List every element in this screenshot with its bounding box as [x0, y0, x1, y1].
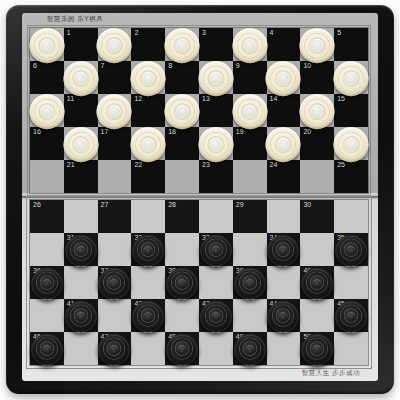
square-number: 26: [33, 201, 41, 209]
light-square[interactable]: [267, 61, 301, 94]
light-square[interactable]: [233, 233, 267, 266]
square-number: 19: [236, 128, 244, 136]
square-number: 24: [270, 161, 278, 169]
square-48[interactable]: 48: [165, 332, 199, 365]
square-39[interactable]: 39: [233, 266, 267, 299]
light-square[interactable]: [98, 94, 132, 127]
fold-seam: [22, 193, 378, 200]
light-square[interactable]: [131, 200, 165, 233]
light-square[interactable]: [64, 200, 98, 233]
square-number: 30: [303, 201, 311, 209]
black-piece[interactable]: [301, 333, 333, 365]
light-square[interactable]: [165, 299, 199, 332]
square-46[interactable]: 46: [30, 332, 64, 365]
square-number: 8: [168, 62, 172, 70]
black-piece[interactable]: [98, 267, 130, 299]
light-square[interactable]: [64, 266, 98, 299]
slogan-text: 智慧人生 步步成功: [302, 369, 360, 378]
white-piece[interactable]: [334, 127, 369, 162]
light-square[interactable]: [267, 200, 301, 233]
square-21[interactable]: 21: [64, 160, 98, 193]
white-piece[interactable]: [300, 28, 335, 63]
square-41[interactable]: 41: [64, 299, 98, 332]
black-piece[interactable]: [200, 234, 232, 266]
square-number: 15: [337, 95, 345, 103]
square-23[interactable]: 23: [199, 160, 233, 193]
light-square[interactable]: [165, 233, 199, 266]
light-square[interactable]: [334, 127, 368, 160]
light-square[interactable]: [30, 233, 64, 266]
light-square[interactable]: [300, 299, 334, 332]
square-6[interactable]: 6: [30, 61, 64, 94]
black-piece[interactable]: [335, 300, 367, 332]
square-44[interactable]: 44: [267, 299, 301, 332]
white-piece[interactable]: [266, 61, 301, 96]
square-31[interactable]: 31: [64, 233, 98, 266]
black-piece[interactable]: [234, 267, 266, 299]
square-27[interactable]: 27: [98, 200, 132, 233]
square-47[interactable]: 47: [98, 332, 132, 365]
light-square[interactable]: [199, 200, 233, 233]
square-26[interactable]: 26: [30, 200, 64, 233]
light-square[interactable]: [64, 61, 98, 94]
white-piece[interactable]: [334, 61, 369, 96]
square-number: 21: [67, 161, 75, 169]
white-piece[interactable]: [63, 127, 98, 162]
light-square[interactable]: [233, 94, 267, 127]
square-number: 12: [134, 95, 142, 103]
square-number: 4: [270, 29, 274, 37]
board-grid-bottom: 2627282930313233343536373839404142434445…: [30, 200, 368, 365]
light-square[interactable]: [30, 160, 64, 193]
board-grid-top: 1234567891011121314151617181920212223242…: [30, 28, 368, 193]
light-square[interactable]: [199, 127, 233, 160]
light-square[interactable]: [64, 127, 98, 160]
square-number: 10: [303, 62, 311, 70]
black-piece[interactable]: [132, 234, 164, 266]
board-frame: 智慧乐园 乐Y棋具 123456789101112131415161718192…: [6, 5, 394, 394]
board-photo: 智慧乐园 乐Y棋具 123456789101112131415161718192…: [0, 0, 400, 400]
light-square[interactable]: [64, 332, 98, 365]
light-square[interactable]: [30, 299, 64, 332]
black-piece[interactable]: [166, 333, 198, 365]
square-29[interactable]: 29: [233, 200, 267, 233]
square-number: 16: [33, 128, 41, 136]
square-number: 29: [236, 201, 244, 209]
black-piece[interactable]: [301, 267, 333, 299]
black-piece[interactable]: [31, 333, 63, 365]
square-32[interactable]: 32: [131, 233, 165, 266]
square-number: 6: [33, 62, 37, 70]
light-square[interactable]: [131, 127, 165, 160]
light-square[interactable]: [199, 61, 233, 94]
light-square[interactable]: [199, 266, 233, 299]
black-piece[interactable]: [335, 234, 367, 266]
square-number: 3: [202, 29, 206, 37]
black-piece[interactable]: [200, 300, 232, 332]
square-13[interactable]: 13: [199, 94, 233, 127]
light-square[interactable]: [165, 160, 199, 193]
square-22[interactable]: 22: [131, 160, 165, 193]
square-number: 20: [303, 128, 311, 136]
light-square[interactable]: [334, 61, 368, 94]
square-number: 13: [202, 95, 210, 103]
square-30[interactable]: 30: [300, 200, 334, 233]
light-square[interactable]: [267, 332, 301, 365]
square-number: 28: [168, 201, 176, 209]
black-piece[interactable]: [234, 333, 266, 365]
light-square[interactable]: [30, 94, 64, 127]
square-number: 23: [202, 161, 210, 169]
black-piece[interactable]: [98, 333, 130, 365]
light-square[interactable]: [165, 28, 199, 61]
square-number: 1: [67, 29, 71, 37]
square-4[interactable]: 4: [267, 28, 301, 61]
light-square[interactable]: [98, 233, 132, 266]
light-square[interactable]: [98, 28, 132, 61]
square-7[interactable]: 7: [98, 61, 132, 94]
square-36[interactable]: 36: [30, 266, 64, 299]
square-number: 5: [337, 29, 341, 37]
square-number: 22: [134, 161, 142, 169]
black-piece[interactable]: [267, 234, 299, 266]
square-17[interactable]: 17: [98, 127, 132, 160]
square-20[interactable]: 20: [300, 127, 334, 160]
white-piece[interactable]: [232, 94, 267, 129]
white-piece[interactable]: [97, 94, 132, 129]
square-49[interactable]: 49: [233, 332, 267, 365]
square-43[interactable]: 43: [199, 299, 233, 332]
white-piece[interactable]: [266, 127, 301, 162]
black-piece[interactable]: [166, 267, 198, 299]
white-piece[interactable]: [63, 61, 98, 96]
square-19[interactable]: 19: [233, 127, 267, 160]
white-piece[interactable]: [131, 127, 166, 162]
square-number: 17: [101, 128, 109, 136]
square-42[interactable]: 42: [131, 299, 165, 332]
square-number: 2: [134, 29, 138, 37]
light-square[interactable]: [233, 28, 267, 61]
light-square[interactable]: [98, 299, 132, 332]
square-37[interactable]: 37: [98, 266, 132, 299]
light-square[interactable]: [131, 61, 165, 94]
white-piece[interactable]: [131, 61, 166, 96]
square-16[interactable]: 16: [30, 127, 64, 160]
light-square[interactable]: [131, 332, 165, 365]
square-number: 7: [101, 62, 105, 70]
light-square[interactable]: [131, 266, 165, 299]
square-8[interactable]: 8: [165, 61, 199, 94]
square-2[interactable]: 2: [131, 28, 165, 61]
square-28[interactable]: 28: [165, 200, 199, 233]
square-number: 9: [236, 62, 240, 70]
black-piece[interactable]: [65, 234, 97, 266]
square-14[interactable]: 14: [267, 94, 301, 127]
square-24[interactable]: 24: [267, 160, 301, 193]
light-square[interactable]: [233, 299, 267, 332]
black-piece[interactable]: [267, 300, 299, 332]
light-square[interactable]: [334, 266, 368, 299]
square-34[interactable]: 34: [267, 233, 301, 266]
square-9[interactable]: 9: [233, 61, 267, 94]
black-piece[interactable]: [65, 300, 97, 332]
light-square[interactable]: [300, 233, 334, 266]
light-square[interactable]: [267, 127, 301, 160]
square-5[interactable]: 5: [334, 28, 368, 61]
light-square[interactable]: [334, 332, 368, 365]
square-15[interactable]: 15: [334, 94, 368, 127]
light-square[interactable]: [233, 160, 267, 193]
square-number: 18: [168, 128, 176, 136]
square-18[interactable]: 18: [165, 127, 199, 160]
white-piece[interactable]: [97, 28, 132, 63]
white-piece[interactable]: [300, 94, 335, 129]
light-square[interactable]: [165, 94, 199, 127]
white-piece[interactable]: [165, 28, 200, 63]
square-35[interactable]: 35: [334, 233, 368, 266]
square-1[interactable]: 1: [64, 28, 98, 61]
white-piece[interactable]: [232, 28, 267, 63]
white-piece[interactable]: [29, 94, 64, 129]
black-piece[interactable]: [31, 267, 63, 299]
black-piece[interactable]: [132, 300, 164, 332]
square-11[interactable]: 11: [64, 94, 98, 127]
light-square[interactable]: [300, 94, 334, 127]
light-square[interactable]: [300, 160, 334, 193]
light-square[interactable]: [98, 160, 132, 193]
light-square[interactable]: [267, 266, 301, 299]
light-square[interactable]: [300, 28, 334, 61]
square-45[interactable]: 45: [334, 299, 368, 332]
square-number: 11: [67, 95, 74, 103]
white-piece[interactable]: [165, 94, 200, 129]
square-number: 14: [270, 95, 278, 103]
light-square[interactable]: [30, 28, 64, 61]
square-38[interactable]: 38: [165, 266, 199, 299]
square-10[interactable]: 10: [300, 61, 334, 94]
square-25[interactable]: 25: [334, 160, 368, 193]
square-40[interactable]: 40: [300, 266, 334, 299]
white-piece[interactable]: [29, 28, 64, 63]
light-square[interactable]: [199, 332, 233, 365]
square-3[interactable]: 3: [199, 28, 233, 61]
brand-text: 智慧乐园 乐Y棋具: [47, 15, 103, 24]
square-12[interactable]: 12: [131, 94, 165, 127]
light-square[interactable]: [334, 200, 368, 233]
white-piece[interactable]: [198, 61, 233, 96]
square-number: 27: [101, 201, 109, 209]
square-33[interactable]: 33: [199, 233, 233, 266]
square-50[interactable]: 50: [300, 332, 334, 365]
square-number: 25: [337, 161, 345, 169]
white-piece[interactable]: [198, 127, 233, 162]
